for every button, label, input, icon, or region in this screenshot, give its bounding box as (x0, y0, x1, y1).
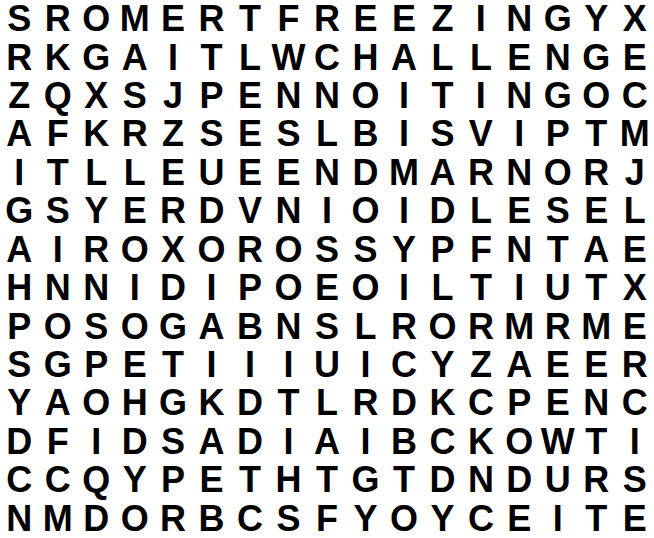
grid-cell-r9c17[interactable]: E (616, 307, 654, 345)
grid-cell-r13c11[interactable]: T (385, 461, 423, 499)
grid-cell-r7c17[interactable]: E (616, 231, 654, 269)
grid-cell-r10c10[interactable]: I (346, 346, 384, 384)
grid-cell-r12c14[interactable]: O (500, 423, 538, 461)
grid-cell-r6c8[interactable]: N (269, 192, 307, 230)
grid-cell-r4c13[interactable]: V (462, 115, 500, 153)
grid-cell-r14c3[interactable]: D (77, 500, 115, 538)
grid-cell-r4c14[interactable]: I (500, 115, 538, 153)
grid-cell-r3c1[interactable]: Z (0, 77, 38, 115)
grid-cell-r10c2[interactable]: G (38, 346, 76, 384)
grid-cell-r1c4[interactable]: M (115, 0, 153, 38)
grid-cell-r10c11[interactable]: C (385, 346, 423, 384)
grid-cell-r13c9[interactable]: T (308, 461, 346, 499)
grid-cell-r10c13[interactable]: Z (462, 346, 500, 384)
grid-cell-r3c12[interactable]: T (423, 77, 461, 115)
grid-cell-r4c7[interactable]: E (231, 115, 269, 153)
grid-cell-r11c4[interactable]: H (115, 384, 153, 422)
grid-cell-r11c17[interactable]: C (616, 384, 654, 422)
grid-cell-r8c13[interactable]: T (462, 269, 500, 307)
grid-cell-r1c6[interactable]: R (192, 0, 230, 38)
grid-cell-r5c17[interactable]: J (616, 154, 654, 192)
grid-cell-r2c11[interactable]: A (385, 38, 423, 76)
grid-cell-r14c10[interactable]: Y (346, 500, 384, 538)
grid-cell-r11c14[interactable]: P (500, 384, 538, 422)
grid-cell-r13c16[interactable]: R (577, 461, 615, 499)
grid-cell-r12c9[interactable]: A (308, 423, 346, 461)
grid-cell-r13c3[interactable]: Q (77, 461, 115, 499)
grid-cell-r13c1[interactable]: C (0, 461, 38, 499)
grid-cell-r11c7[interactable]: D (231, 384, 269, 422)
grid-cell-r2c16[interactable]: G (577, 38, 615, 76)
grid-cell-r8c17[interactable]: X (616, 269, 654, 307)
grid-cell-r9c12[interactable]: O (423, 307, 461, 345)
grid-cell-r7c8[interactable]: O (269, 231, 307, 269)
grid-cell-r10c12[interactable]: Y (423, 346, 461, 384)
grid-cell-r13c2[interactable]: C (38, 461, 76, 499)
grid-cell-r5c3[interactable]: L (77, 154, 115, 192)
grid-cell-r6c1[interactable]: G (0, 192, 38, 230)
grid-cell-r13c12[interactable]: D (423, 461, 461, 499)
grid-cell-r1c1[interactable]: S (0, 0, 38, 38)
grid-cell-r14c13[interactable]: C (462, 500, 500, 538)
grid-cell-r12c4[interactable]: D (115, 423, 153, 461)
grid-cell-r1c10[interactable]: E (346, 0, 384, 38)
grid-cell-r2c4[interactable]: A (115, 38, 153, 76)
grid-cell-r9c6[interactable]: A (192, 307, 230, 345)
grid-cell-r6c2[interactable]: S (38, 192, 76, 230)
grid-cell-r3c15[interactable]: G (539, 77, 577, 115)
grid-cell-r7c10[interactable]: S (346, 231, 384, 269)
grid-cell-r4c9[interactable]: L (308, 115, 346, 153)
grid-cell-r9c15[interactable]: R (539, 307, 577, 345)
grid-cell-r11c3[interactable]: O (77, 384, 115, 422)
grid-cell-r2c14[interactable]: E (500, 38, 538, 76)
grid-cell-r5c7[interactable]: E (231, 154, 269, 192)
grid-cell-r4c6[interactable]: S (192, 115, 230, 153)
grid-cell-r3c5[interactable]: J (154, 77, 192, 115)
grid-cell-r12c10[interactable]: I (346, 423, 384, 461)
grid-cell-r1c16[interactable]: Y (577, 0, 615, 38)
grid-cell-r5c6[interactable]: U (192, 154, 230, 192)
grid-cell-r3c7[interactable]: E (231, 77, 269, 115)
grid-cell-r1c5[interactable]: E (154, 0, 192, 38)
grid-cell-r8c15[interactable]: U (539, 269, 577, 307)
grid-cell-r12c1[interactable]: D (0, 423, 38, 461)
grid-cell-r4c12[interactable]: S (423, 115, 461, 153)
grid-cell-r9c3[interactable]: S (77, 307, 115, 345)
grid-cell-r11c13[interactable]: C (462, 384, 500, 422)
grid-cell-r5c16[interactable]: R (577, 154, 615, 192)
grid-cell-r14c7[interactable]: C (231, 500, 269, 538)
grid-cell-r8c9[interactable]: E (308, 269, 346, 307)
grid-cell-r6c12[interactable]: D (423, 192, 461, 230)
grid-cell-r7c6[interactable]: O (192, 231, 230, 269)
grid-cell-r5c2[interactable]: T (38, 154, 76, 192)
grid-cell-r12c15[interactable]: W (539, 423, 577, 461)
grid-cell-r12c2[interactable]: F (38, 423, 76, 461)
grid-cell-r14c2[interactable]: M (38, 500, 76, 538)
grid-cell-r14c12[interactable]: Y (423, 500, 461, 538)
grid-cell-r6c7[interactable]: V (231, 192, 269, 230)
grid-cell-r8c11[interactable]: I (385, 269, 423, 307)
grid-cell-r14c15[interactable]: I (539, 500, 577, 538)
grid-cell-r3c16[interactable]: O (577, 77, 615, 115)
grid-cell-r13c4[interactable]: Y (115, 461, 153, 499)
grid-cell-r1c9[interactable]: R (308, 0, 346, 38)
grid-cell-r6c14[interactable]: E (500, 192, 538, 230)
grid-cell-r1c11[interactable]: E (385, 0, 423, 38)
grid-cell-r9c1[interactable]: P (0, 307, 38, 345)
grid-cell-r7c15[interactable]: T (539, 231, 577, 269)
grid-cell-r4c17[interactable]: M (616, 115, 654, 153)
grid-cell-r4c16[interactable]: T (577, 115, 615, 153)
grid-cell-r1c14[interactable]: N (500, 0, 538, 38)
grid-cell-r2c1[interactable]: R (0, 38, 38, 76)
grid-cell-r7c11[interactable]: Y (385, 231, 423, 269)
grid-cell-r10c5[interactable]: T (154, 346, 192, 384)
grid-cell-r4c11[interactable]: I (385, 115, 423, 153)
grid-cell-r1c12[interactable]: Z (423, 0, 461, 38)
grid-cell-r5c8[interactable]: E (269, 154, 307, 192)
grid-cell-r5c11[interactable]: M (385, 154, 423, 192)
grid-cell-r9c8[interactable]: N (269, 307, 307, 345)
grid-cell-r7c16[interactable]: A (577, 231, 615, 269)
grid-cell-r14c5[interactable]: R (154, 500, 192, 538)
grid-cell-r13c13[interactable]: N (462, 461, 500, 499)
grid-cell-r2c9[interactable]: C (308, 38, 346, 76)
grid-cell-r3c17[interactable]: C (616, 77, 654, 115)
grid-cell-r7c5[interactable]: X (154, 231, 192, 269)
grid-cell-r5c12[interactable]: A (423, 154, 461, 192)
grid-cell-r6c17[interactable]: L (616, 192, 654, 230)
grid-cell-r8c12[interactable]: L (423, 269, 461, 307)
word-search-grid[interactable]: SROMERTFREEZINGYXRKGAITLWCHALLENGEZQXSJP… (0, 0, 654, 538)
grid-cell-r9c10[interactable]: L (346, 307, 384, 345)
grid-cell-r10c15[interactable]: E (539, 346, 577, 384)
grid-cell-r1c7[interactable]: T (231, 0, 269, 38)
grid-cell-r7c4[interactable]: O (115, 231, 153, 269)
grid-cell-r13c8[interactable]: H (269, 461, 307, 499)
grid-cell-r12c6[interactable]: A (192, 423, 230, 461)
grid-cell-r5c10[interactable]: D (346, 154, 384, 192)
grid-cell-r14c1[interactable]: N (0, 500, 38, 538)
grid-cell-r12c5[interactable]: S (154, 423, 192, 461)
grid-cell-r1c8[interactable]: F (269, 0, 307, 38)
grid-cell-r3c9[interactable]: N (308, 77, 346, 115)
grid-cell-r12c16[interactable]: T (577, 423, 615, 461)
grid-cell-r1c2[interactable]: R (38, 0, 76, 38)
grid-cell-r8c3[interactable]: N (77, 269, 115, 307)
grid-cell-r12c12[interactable]: C (423, 423, 461, 461)
grid-cell-r3c13[interactable]: I (462, 77, 500, 115)
grid-cell-r14c4[interactable]: O (115, 500, 153, 538)
grid-cell-r1c15[interactable]: G (539, 0, 577, 38)
grid-cell-r5c14[interactable]: N (500, 154, 538, 192)
grid-cell-r13c10[interactable]: G (346, 461, 384, 499)
grid-cell-r9c16[interactable]: M (577, 307, 615, 345)
grid-cell-r5c9[interactable]: N (308, 154, 346, 192)
grid-cell-r13c6[interactable]: E (192, 461, 230, 499)
grid-cell-r11c11[interactable]: D (385, 384, 423, 422)
grid-cell-r7c13[interactable]: F (462, 231, 500, 269)
grid-cell-r7c12[interactable]: P (423, 231, 461, 269)
grid-cell-r2c7[interactable]: L (231, 38, 269, 76)
grid-cell-r8c2[interactable]: N (38, 269, 76, 307)
grid-cell-r11c6[interactable]: K (192, 384, 230, 422)
grid-cell-r8c5[interactable]: D (154, 269, 192, 307)
grid-cell-r11c10[interactable]: R (346, 384, 384, 422)
grid-cell-r14c8[interactable]: S (269, 500, 307, 538)
grid-cell-r11c1[interactable]: Y (0, 384, 38, 422)
grid-cell-r11c9[interactable]: L (308, 384, 346, 422)
grid-cell-r6c16[interactable]: E (577, 192, 615, 230)
grid-cell-r9c2[interactable]: O (38, 307, 76, 345)
grid-cell-r5c4[interactable]: L (115, 154, 153, 192)
grid-cell-r10c14[interactable]: A (500, 346, 538, 384)
grid-cell-r4c5[interactable]: Z (154, 115, 192, 153)
grid-cell-r10c4[interactable]: E (115, 346, 153, 384)
grid-cell-r13c15[interactable]: U (539, 461, 577, 499)
grid-cell-r11c8[interactable]: T (269, 384, 307, 422)
grid-cell-r6c6[interactable]: D (192, 192, 230, 230)
grid-cell-r4c1[interactable]: A (0, 115, 38, 153)
grid-cell-r2c10[interactable]: H (346, 38, 384, 76)
grid-cell-r5c15[interactable]: O (539, 154, 577, 192)
grid-cell-r7c1[interactable]: A (0, 231, 38, 269)
grid-cell-r10c17[interactable]: R (616, 346, 654, 384)
grid-cell-r13c5[interactable]: P (154, 461, 192, 499)
grid-cell-r4c4[interactable]: R (115, 115, 153, 153)
grid-cell-r5c5[interactable]: E (154, 154, 192, 192)
grid-cell-r3c8[interactable]: N (269, 77, 307, 115)
grid-cell-r8c1[interactable]: H (0, 269, 38, 307)
grid-cell-r14c6[interactable]: B (192, 500, 230, 538)
grid-cell-r9c14[interactable]: M (500, 307, 538, 345)
grid-cell-r2c2[interactable]: K (38, 38, 76, 76)
grid-cell-r8c7[interactable]: P (231, 269, 269, 307)
grid-cell-r5c13[interactable]: R (462, 154, 500, 192)
grid-cell-r3c6[interactable]: P (192, 77, 230, 115)
grid-cell-r1c13[interactable]: I (462, 0, 500, 38)
grid-cell-r9c4[interactable]: O (115, 307, 153, 345)
grid-cell-r13c14[interactable]: D (500, 461, 538, 499)
grid-cell-r2c12[interactable]: L (423, 38, 461, 76)
grid-cell-r14c9[interactable]: F (308, 500, 346, 538)
grid-cell-r14c16[interactable]: T (577, 500, 615, 538)
grid-cell-r11c12[interactable]: K (423, 384, 461, 422)
grid-cell-r12c17[interactable]: I (616, 423, 654, 461)
grid-cell-r8c8[interactable]: O (269, 269, 307, 307)
grid-cell-r12c3[interactable]: I (77, 423, 115, 461)
grid-cell-r2c15[interactable]: N (539, 38, 577, 76)
grid-cell-r6c5[interactable]: R (154, 192, 192, 230)
grid-cell-r8c16[interactable]: T (577, 269, 615, 307)
grid-cell-r8c6[interactable]: I (192, 269, 230, 307)
grid-cell-r7c9[interactable]: S (308, 231, 346, 269)
grid-cell-r4c15[interactable]: P (539, 115, 577, 153)
grid-cell-r10c9[interactable]: U (308, 346, 346, 384)
grid-cell-r3c3[interactable]: X (77, 77, 115, 115)
grid-cell-r3c2[interactable]: Q (38, 77, 76, 115)
grid-cell-r14c14[interactable]: E (500, 500, 538, 538)
grid-cell-r9c5[interactable]: G (154, 307, 192, 345)
grid-cell-r8c4[interactable]: I (115, 269, 153, 307)
grid-cell-r3c4[interactable]: S (115, 77, 153, 115)
grid-cell-r11c15[interactable]: E (539, 384, 577, 422)
grid-cell-r2c13[interactable]: L (462, 38, 500, 76)
grid-cell-r11c16[interactable]: N (577, 384, 615, 422)
grid-cell-r8c10[interactable]: O (346, 269, 384, 307)
grid-cell-r2c8[interactable]: W (269, 38, 307, 76)
grid-cell-r3c10[interactable]: O (346, 77, 384, 115)
grid-cell-r6c15[interactable]: S (539, 192, 577, 230)
grid-cell-r4c2[interactable]: F (38, 115, 76, 153)
grid-cell-r7c7[interactable]: R (231, 231, 269, 269)
grid-cell-r9c13[interactable]: R (462, 307, 500, 345)
grid-cell-r7c3[interactable]: R (77, 231, 115, 269)
grid-cell-r6c13[interactable]: L (462, 192, 500, 230)
grid-cell-r10c8[interactable]: I (269, 346, 307, 384)
grid-cell-r9c7[interactable]: B (231, 307, 269, 345)
grid-cell-r4c3[interactable]: K (77, 115, 115, 153)
grid-cell-r6c10[interactable]: O (346, 192, 384, 230)
grid-cell-r9c9[interactable]: S (308, 307, 346, 345)
grid-cell-r12c7[interactable]: D (231, 423, 269, 461)
grid-cell-r14c11[interactable]: O (385, 500, 423, 538)
grid-cell-r1c17[interactable]: X (616, 0, 654, 38)
grid-cell-r13c7[interactable]: T (231, 461, 269, 499)
grid-cell-r5c1[interactable]: I (0, 154, 38, 192)
grid-cell-r3c14[interactable]: N (500, 77, 538, 115)
grid-cell-r10c16[interactable]: E (577, 346, 615, 384)
grid-cell-r4c10[interactable]: B (346, 115, 384, 153)
grid-cell-r6c4[interactable]: E (115, 192, 153, 230)
grid-cell-r12c8[interactable]: I (269, 423, 307, 461)
grid-cell-r3c11[interactable]: I (385, 77, 423, 115)
grid-cell-r2c6[interactable]: T (192, 38, 230, 76)
grid-cell-r12c11[interactable]: B (385, 423, 423, 461)
grid-cell-r6c9[interactable]: I (308, 192, 346, 230)
grid-cell-r13c17[interactable]: S (616, 461, 654, 499)
grid-cell-r10c7[interactable]: I (231, 346, 269, 384)
grid-cell-r11c2[interactable]: A (38, 384, 76, 422)
grid-cell-r14c17[interactable]: E (616, 500, 654, 538)
grid-cell-r4c8[interactable]: S (269, 115, 307, 153)
grid-cell-r1c3[interactable]: O (77, 0, 115, 38)
grid-cell-r9c11[interactable]: R (385, 307, 423, 345)
grid-cell-r7c14[interactable]: N (500, 231, 538, 269)
grid-cell-r11c5[interactable]: G (154, 384, 192, 422)
grid-cell-r6c11[interactable]: I (385, 192, 423, 230)
grid-cell-r2c3[interactable]: G (77, 38, 115, 76)
grid-cell-r2c5[interactable]: I (154, 38, 192, 76)
grid-cell-r6c3[interactable]: Y (77, 192, 115, 230)
grid-cell-r10c1[interactable]: S (0, 346, 38, 384)
grid-cell-r12c13[interactable]: K (462, 423, 500, 461)
grid-cell-r10c6[interactable]: I (192, 346, 230, 384)
grid-cell-r10c3[interactable]: P (77, 346, 115, 384)
grid-cell-r8c14[interactable]: I (500, 269, 538, 307)
grid-cell-r2c17[interactable]: E (616, 38, 654, 76)
grid-cell-r7c2[interactable]: I (38, 231, 76, 269)
